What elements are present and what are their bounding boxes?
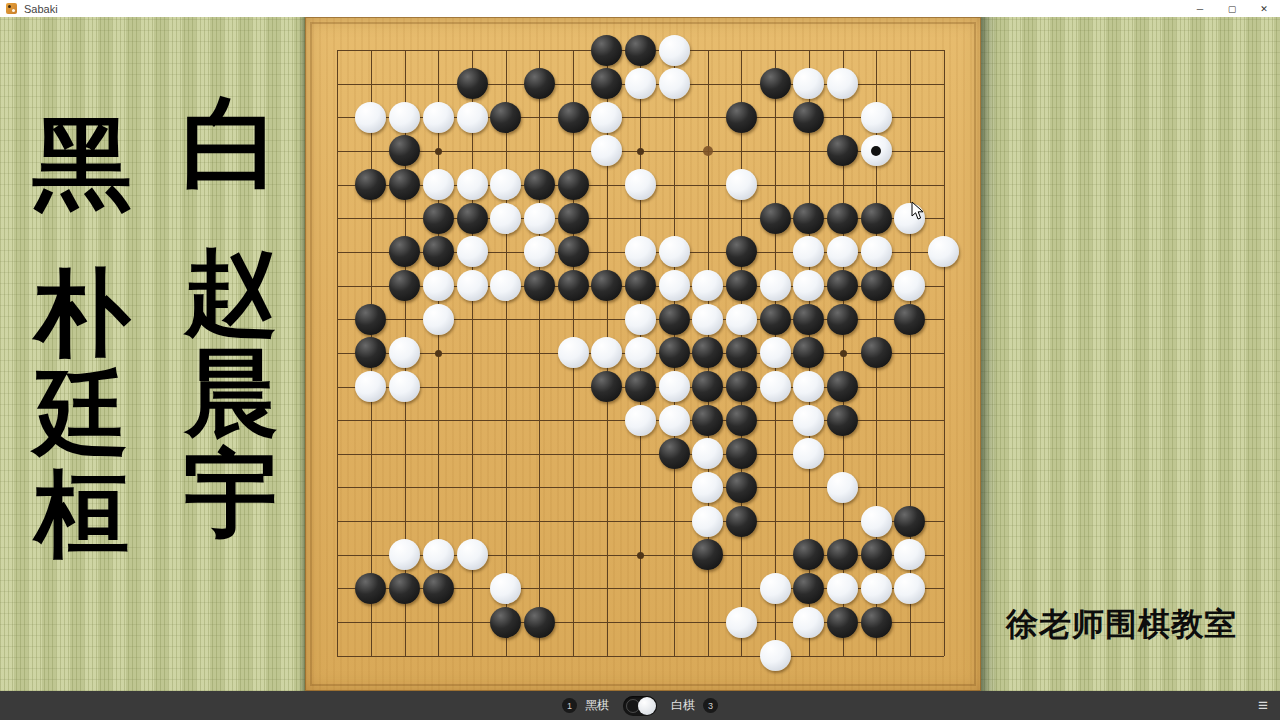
stone-black bbox=[793, 539, 824, 570]
stone-white bbox=[423, 539, 454, 570]
stone-white bbox=[760, 337, 791, 368]
white-captures-badge: 3 bbox=[703, 698, 718, 713]
grid-line-h bbox=[337, 656, 943, 657]
stone-white bbox=[827, 573, 858, 604]
stone-white bbox=[625, 405, 656, 436]
stone-black bbox=[558, 236, 589, 267]
stone-white bbox=[861, 135, 892, 166]
toggle-knob-white bbox=[638, 697, 656, 715]
stone-white bbox=[692, 304, 723, 335]
stone-black bbox=[760, 203, 791, 234]
stone-black bbox=[558, 169, 589, 200]
stone-black bbox=[827, 371, 858, 402]
white-player-name: 赵晨宇 bbox=[184, 243, 278, 545]
stone-white bbox=[457, 539, 488, 570]
stone-white bbox=[558, 337, 589, 368]
stone-white bbox=[591, 337, 622, 368]
stone-black bbox=[558, 270, 589, 301]
close-button[interactable]: ✕ bbox=[1248, 0, 1280, 17]
stone-black bbox=[793, 203, 824, 234]
stone-black bbox=[490, 607, 521, 638]
stone-white bbox=[659, 405, 690, 436]
stone-black bbox=[726, 270, 757, 301]
star-point bbox=[840, 350, 847, 357]
stone-black bbox=[625, 371, 656, 402]
stone-black bbox=[423, 573, 454, 604]
stone-black bbox=[726, 371, 757, 402]
stone-white bbox=[490, 270, 521, 301]
stone-black bbox=[692, 337, 723, 368]
stone-black bbox=[524, 169, 555, 200]
stone-black bbox=[389, 135, 420, 166]
stone-white bbox=[827, 472, 858, 503]
stone-white bbox=[692, 438, 723, 469]
stone-white bbox=[692, 472, 723, 503]
name-char: 赵 bbox=[184, 243, 278, 344]
stone-black bbox=[793, 573, 824, 604]
black-captures-badge: 1 bbox=[562, 698, 577, 713]
go-board[interactable] bbox=[305, 17, 981, 691]
stone-white bbox=[524, 236, 555, 267]
stone-black bbox=[457, 68, 488, 99]
maximize-button[interactable]: ▢ bbox=[1216, 0, 1248, 17]
turn-toggle[interactable] bbox=[623, 696, 657, 716]
stone-black bbox=[726, 472, 757, 503]
stone-black bbox=[726, 405, 757, 436]
stone-black bbox=[861, 337, 892, 368]
stone-white bbox=[355, 102, 386, 133]
stone-white bbox=[389, 337, 420, 368]
star-point bbox=[435, 350, 442, 357]
stone-black bbox=[827, 405, 858, 436]
stone-white bbox=[423, 102, 454, 133]
stone-black bbox=[423, 203, 454, 234]
stone-white bbox=[793, 270, 824, 301]
stone-black bbox=[389, 236, 420, 267]
stone-white bbox=[659, 236, 690, 267]
stone-white bbox=[625, 337, 656, 368]
stone-black bbox=[558, 203, 589, 234]
grid-line-v bbox=[944, 50, 945, 656]
sabaki-app-icon bbox=[6, 3, 17, 14]
stone-white bbox=[524, 203, 555, 234]
stone-white bbox=[692, 270, 723, 301]
stone-white bbox=[625, 236, 656, 267]
stone-white bbox=[659, 68, 690, 99]
black-player-name: 朴廷桓 bbox=[35, 263, 129, 565]
stone-white bbox=[625, 169, 656, 200]
hamburger-menu-icon[interactable]: ≡ bbox=[1258, 691, 1268, 720]
stone-white bbox=[894, 573, 925, 604]
stone-black bbox=[726, 337, 757, 368]
stone-white bbox=[760, 573, 791, 604]
player-toolbar: 1 黑棋 白棋 3 ≡ bbox=[0, 691, 1280, 720]
stone-black bbox=[355, 573, 386, 604]
stone-white bbox=[389, 539, 420, 570]
stone-white bbox=[760, 640, 791, 671]
stone-black bbox=[659, 438, 690, 469]
stone-white bbox=[490, 169, 521, 200]
stone-white bbox=[827, 236, 858, 267]
stone-black bbox=[827, 203, 858, 234]
stone-white bbox=[726, 304, 757, 335]
stone-black bbox=[692, 405, 723, 436]
stone-black bbox=[625, 270, 656, 301]
grid-line-h bbox=[337, 454, 943, 455]
stone-white bbox=[423, 270, 454, 301]
classroom-caption: 徐老师围棋教室 bbox=[1006, 603, 1237, 647]
minimize-button[interactable]: ─ bbox=[1184, 0, 1216, 17]
stone-black bbox=[861, 607, 892, 638]
stone-white bbox=[861, 102, 892, 133]
stone-black bbox=[524, 270, 555, 301]
main-area: 黑 朴廷桓 白 赵晨宇 徐老师围棋教室 bbox=[0, 17, 1280, 691]
stone-black bbox=[726, 102, 757, 133]
stone-white bbox=[726, 169, 757, 200]
stone-white bbox=[861, 573, 892, 604]
stone-white bbox=[760, 270, 791, 301]
black-color-char: 黑 bbox=[32, 113, 132, 213]
stone-white bbox=[389, 102, 420, 133]
name-char: 桓 bbox=[35, 464, 129, 565]
app-window: Sabaki ─ ▢ ✕ 黑 朴廷桓 白 赵晨宇 徐老师围棋教室 1 黑棋 bbox=[0, 0, 1280, 720]
stone-white bbox=[355, 371, 386, 402]
stone-black bbox=[793, 102, 824, 133]
stone-white bbox=[659, 270, 690, 301]
black-player-caption: 黑 朴廷桓 bbox=[26, 113, 138, 565]
stone-white bbox=[861, 506, 892, 537]
stone-white bbox=[760, 371, 791, 402]
stone-black bbox=[692, 539, 723, 570]
stone-black bbox=[726, 506, 757, 537]
stone-black bbox=[591, 35, 622, 66]
stone-black bbox=[389, 169, 420, 200]
stone-white bbox=[457, 270, 488, 301]
name-char: 宇 bbox=[184, 444, 278, 545]
stone-black bbox=[490, 102, 521, 133]
stone-black bbox=[692, 371, 723, 402]
stone-black bbox=[524, 68, 555, 99]
stone-black bbox=[355, 337, 386, 368]
star-point bbox=[637, 552, 644, 559]
stone-black bbox=[524, 607, 555, 638]
stone-black bbox=[726, 236, 757, 267]
star-point bbox=[435, 148, 442, 155]
stone-black bbox=[726, 438, 757, 469]
stone-white bbox=[928, 236, 959, 267]
stone-black bbox=[894, 506, 925, 537]
board-right-shadow bbox=[981, 17, 998, 691]
name-char: 廷 bbox=[35, 364, 129, 465]
stone-white bbox=[625, 304, 656, 335]
stone-white bbox=[457, 236, 488, 267]
stone-black bbox=[625, 35, 656, 66]
stone-black bbox=[827, 539, 858, 570]
stone-black bbox=[861, 539, 892, 570]
white-player-caption: 白 赵晨宇 bbox=[172, 93, 290, 545]
star-point bbox=[637, 148, 644, 155]
stone-white bbox=[389, 371, 420, 402]
stone-white bbox=[793, 371, 824, 402]
name-char: 晨 bbox=[184, 344, 278, 445]
stone-black bbox=[389, 270, 420, 301]
name-char: 朴 bbox=[35, 263, 129, 364]
stone-black bbox=[591, 371, 622, 402]
stone-white bbox=[591, 102, 622, 133]
stone-white bbox=[457, 102, 488, 133]
stone-white bbox=[793, 405, 824, 436]
stone-black bbox=[894, 304, 925, 335]
stone-black bbox=[457, 203, 488, 234]
stone-white bbox=[793, 607, 824, 638]
stone-black bbox=[760, 68, 791, 99]
stone-white bbox=[692, 506, 723, 537]
stone-black bbox=[355, 169, 386, 200]
grid-line-h bbox=[337, 521, 943, 522]
stone-black bbox=[827, 135, 858, 166]
stone-white bbox=[490, 203, 521, 234]
stone-white bbox=[827, 68, 858, 99]
stone-white bbox=[793, 438, 824, 469]
stone-white bbox=[894, 539, 925, 570]
stone-black bbox=[423, 236, 454, 267]
stone-white bbox=[423, 304, 454, 335]
stone-black bbox=[827, 607, 858, 638]
black-player-label: 黑棋 bbox=[585, 697, 609, 714]
stone-black bbox=[389, 573, 420, 604]
stone-white bbox=[793, 68, 824, 99]
stone-white bbox=[659, 371, 690, 402]
stone-white bbox=[490, 573, 521, 604]
stone-black bbox=[558, 102, 589, 133]
title-bar: Sabaki ─ ▢ ✕ bbox=[0, 0, 1280, 17]
stone-black bbox=[659, 304, 690, 335]
stone-white bbox=[659, 35, 690, 66]
stone-black bbox=[827, 270, 858, 301]
stone-white bbox=[423, 169, 454, 200]
stone-white bbox=[726, 607, 757, 638]
window-title: Sabaki bbox=[24, 3, 58, 15]
stone-black bbox=[861, 203, 892, 234]
stone-black bbox=[793, 304, 824, 335]
white-color-char: 白 bbox=[181, 93, 281, 193]
stone-white bbox=[591, 135, 622, 166]
stone-black bbox=[591, 270, 622, 301]
white-player-label: 白棋 bbox=[671, 697, 695, 714]
stone-black bbox=[793, 337, 824, 368]
last-move-marker bbox=[871, 146, 881, 156]
stone-black bbox=[659, 337, 690, 368]
stone-black bbox=[827, 304, 858, 335]
stone-black bbox=[760, 304, 791, 335]
stone-white bbox=[625, 68, 656, 99]
stone-black bbox=[861, 270, 892, 301]
stone-white bbox=[457, 169, 488, 200]
stone-black bbox=[355, 304, 386, 335]
stone-white bbox=[894, 270, 925, 301]
stone-white bbox=[861, 236, 892, 267]
mouse-cursor bbox=[911, 201, 925, 221]
stone-black bbox=[591, 68, 622, 99]
stone-white bbox=[793, 236, 824, 267]
board-dot-marker bbox=[703, 146, 713, 156]
